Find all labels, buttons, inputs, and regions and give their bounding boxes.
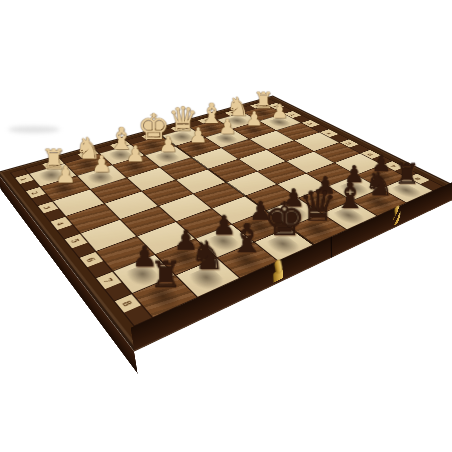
border-rank-label-cell: 2 <box>26 187 52 205</box>
clasp-plate-icon <box>393 214 401 227</box>
piece-white-pawn-h2[interactable]: ♟ <box>47 162 83 187</box>
piece-white-pawn-f2[interactable]: ♟ <box>119 142 153 166</box>
clasp-hook-icon <box>395 205 401 219</box>
background-smudge <box>8 126 60 133</box>
coord-label: 5 <box>67 235 84 247</box>
chess-set-photo: 12345678a♜♟♟♜ab♞♟♟♞bc♝♟♟♝cd♛♟♟♛de♚♟♟♚ef♝… <box>0 0 452 452</box>
piece-white-pawn-d2[interactable]: ♟ <box>183 124 215 147</box>
piece-white-pawn-b2[interactable]: ♟ <box>239 109 269 130</box>
brass-clasp-lower[interactable] <box>273 263 283 284</box>
coord-label: 7 <box>100 273 119 288</box>
coord-label: 8 <box>118 295 138 311</box>
piece-black-bishop-f8[interactable]: ♝ <box>226 217 269 260</box>
coord-label: 1 <box>18 175 32 184</box>
piece-white-pawn-e2[interactable]: ♟ <box>152 133 185 156</box>
clasp-hook-icon <box>274 258 283 274</box>
chess-board: 12345678a♜♟♟♜ab♞♟♟♞bc♝♟♟♝cd♛♟♟♛de♚♟♟♚ef♝… <box>0 96 452 352</box>
piece-black-knight-g8[interactable]: ♞ <box>185 235 230 277</box>
piece-white-pawn-c2[interactable]: ♟ <box>212 116 243 138</box>
piece-black-king-e8[interactable]: ♚ <box>263 194 305 243</box>
rim-fold-seam <box>330 236 332 258</box>
piece-white-pawn-a2[interactable]: ♟ <box>265 101 294 122</box>
piece-black-rook-h8[interactable]: ♜ <box>141 256 188 296</box>
coord-label: 3 <box>41 202 56 212</box>
clasp-plate-icon <box>274 269 284 284</box>
piece-white-pawn-g2[interactable]: ♟ <box>84 152 119 177</box>
coord-label: 5 <box>342 140 358 147</box>
border-rank-label-cell: 1 <box>15 174 39 191</box>
coord-label: 6 <box>83 253 101 266</box>
coord-label: 2 <box>29 188 43 197</box>
brass-clasp-upper[interactable] <box>393 209 401 227</box>
coord-label: 4 <box>53 218 69 229</box>
